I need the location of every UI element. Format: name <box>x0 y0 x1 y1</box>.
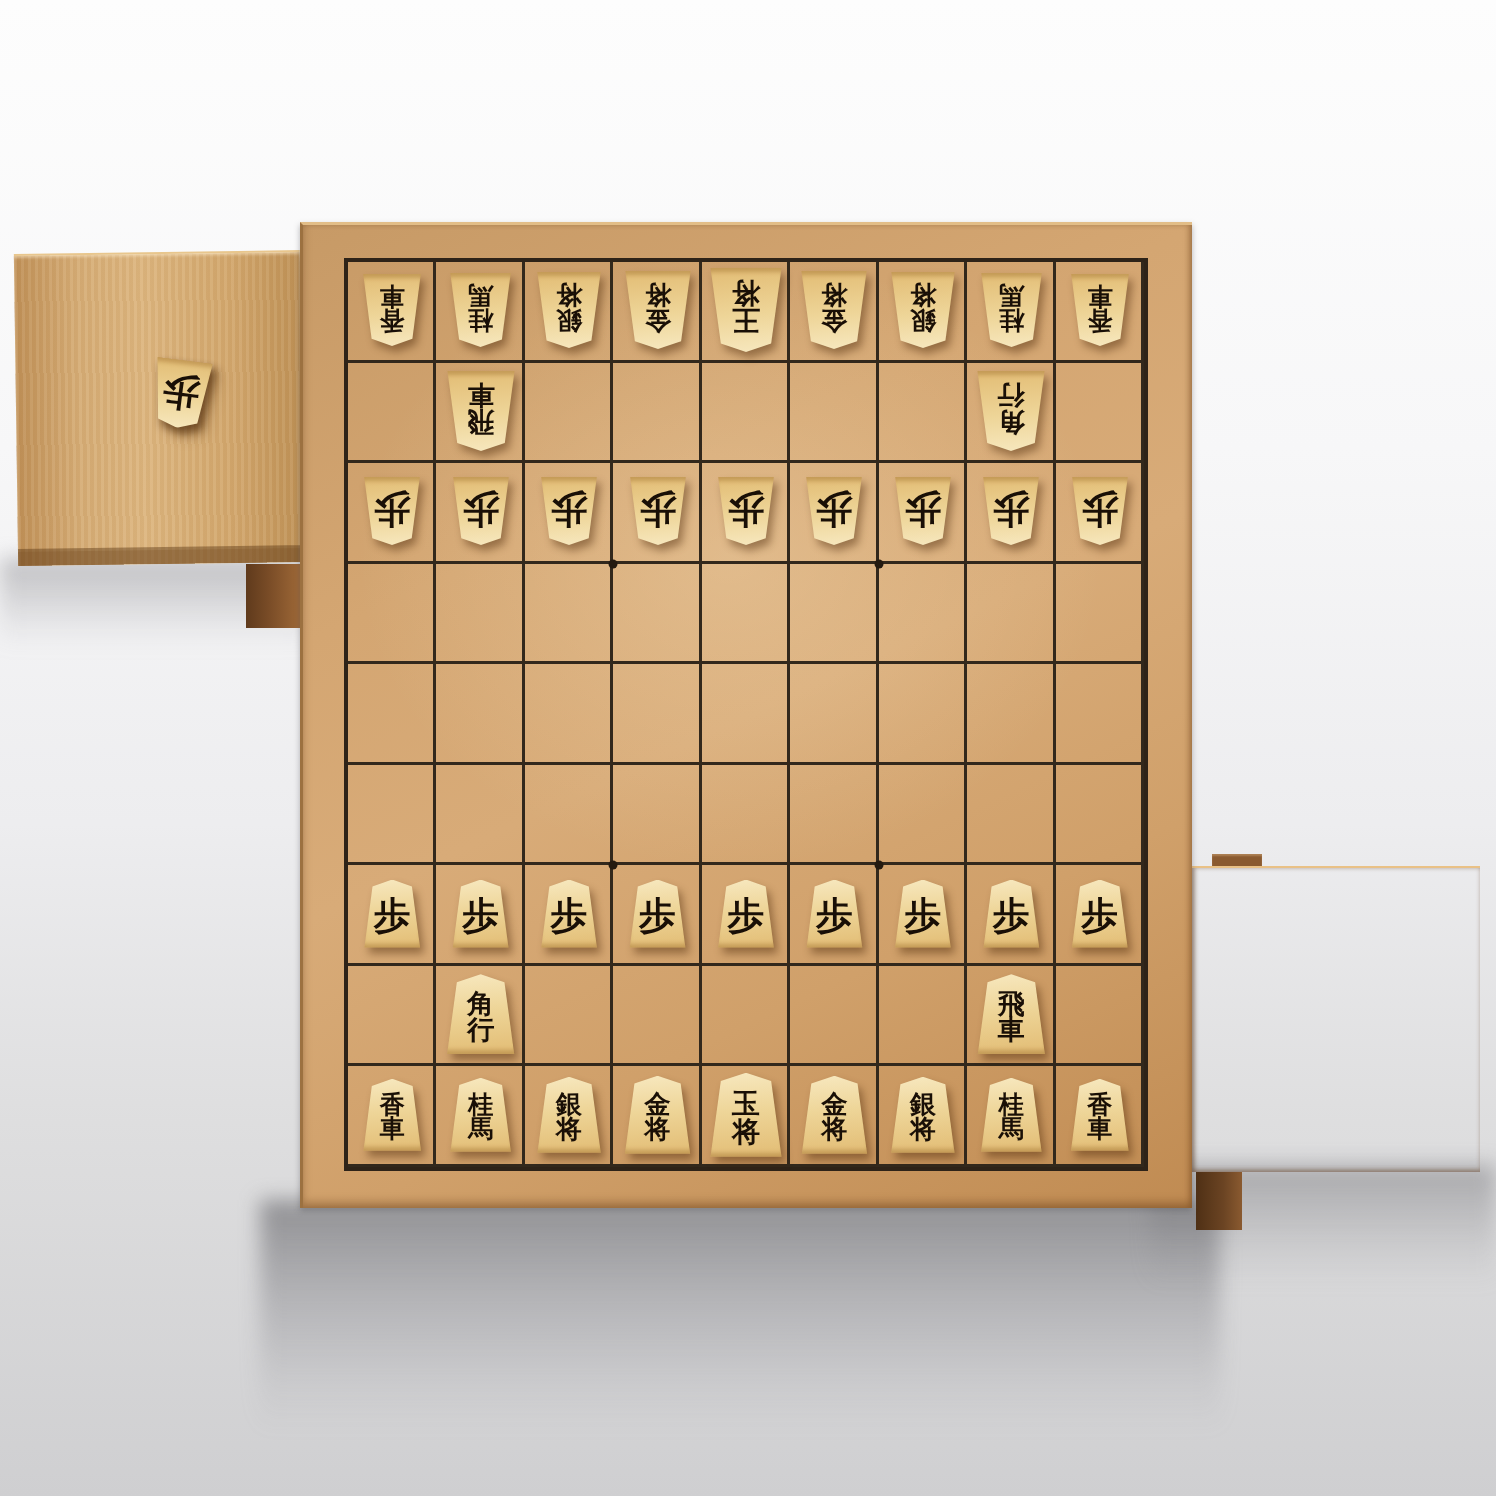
piece-kanji: 車 <box>1087 283 1112 308</box>
piece-kanji: 金 <box>645 308 671 333</box>
square-3d[interactable] <box>879 564 967 665</box>
square-4h[interactable] <box>790 966 878 1067</box>
piece-face: 角行 <box>446 974 516 1054</box>
square-4e[interactable] <box>790 664 878 765</box>
square-2f[interactable] <box>967 765 1055 866</box>
square-4b[interactable] <box>790 363 878 464</box>
piece-kanji: 桂 <box>999 308 1024 333</box>
piece-kanji: 歩 <box>993 898 1030 934</box>
square-5g[interactable]: 歩 <box>702 865 790 966</box>
piece-lance-gote[interactable]: 香車 <box>362 274 422 346</box>
piece-face: 歩 <box>629 477 687 545</box>
square-1b[interactable] <box>1056 363 1144 464</box>
square-4d[interactable] <box>790 564 878 665</box>
square-8f[interactable] <box>436 765 524 866</box>
square-9i[interactable]: 香車 <box>348 1066 436 1167</box>
square-3c[interactable]: 歩 <box>879 463 967 564</box>
piece-kanji: 車 <box>380 1117 405 1142</box>
square-7a[interactable]: 銀将 <box>525 262 613 363</box>
piece-face: 銀将 <box>536 1077 602 1153</box>
piece-kanji: 香 <box>380 308 405 333</box>
star-point <box>609 559 618 568</box>
square-4a[interactable]: 金将 <box>790 262 878 363</box>
square-8d[interactable] <box>436 564 524 665</box>
square-2b[interactable]: 角行 <box>967 363 1055 464</box>
square-1h[interactable] <box>1056 966 1144 1067</box>
piece-pawn-gote[interactable]: 歩 <box>629 477 687 545</box>
piece-kanji: 歩 <box>816 898 853 934</box>
square-8g[interactable]: 歩 <box>436 865 524 966</box>
piece-kanji: 飛 <box>467 408 494 434</box>
square-7h[interactable] <box>525 966 613 1067</box>
square-7e[interactable] <box>525 664 613 765</box>
piece-pawn-sente[interactable]: 歩 <box>982 880 1040 948</box>
piece-kanji: 歩 <box>727 491 764 527</box>
square-4g[interactable]: 歩 <box>790 865 878 966</box>
piece-face: 歩 <box>894 880 952 948</box>
piece-kanji: 歩 <box>639 898 676 934</box>
square-7i[interactable]: 銀将 <box>525 1066 613 1167</box>
piece-face: 歩 <box>452 477 510 545</box>
piece-pawn-gote[interactable]: 歩 <box>805 477 863 545</box>
piece-face: 歩 <box>148 357 214 432</box>
square-4f[interactable] <box>790 765 878 866</box>
piece-face: 歩 <box>540 880 598 948</box>
piece-pawn-sente[interactable]: 歩 <box>540 880 598 948</box>
square-1g[interactable]: 歩 <box>1056 865 1144 966</box>
piece-face: 金将 <box>624 1076 692 1154</box>
square-9b[interactable] <box>348 363 436 464</box>
piece-silver-gote[interactable]: 銀将 <box>536 272 602 348</box>
piece-face: 王将 <box>709 268 783 352</box>
piece-kanji: 将 <box>645 1117 671 1142</box>
piece-kanji: 歩 <box>161 371 202 411</box>
piece-face: 銀将 <box>890 1077 956 1153</box>
square-5b[interactable] <box>702 363 790 464</box>
piece-kanji: 銀 <box>910 308 936 333</box>
right-piece-drawer[interactable] <box>1192 866 1480 1172</box>
piece-kanji: 歩 <box>551 898 588 934</box>
piece-lance-sente[interactable]: 香車 <box>1070 1079 1130 1151</box>
piece-pawn-gote[interactable]: 歩 <box>152 360 210 428</box>
piece-face: 歩 <box>805 880 863 948</box>
piece-kanji: 銀 <box>556 308 582 333</box>
piece-kanji: 飛 <box>998 991 1025 1017</box>
piece-face: 飛車 <box>446 371 516 451</box>
square-2h[interactable]: 飛車 <box>967 966 1055 1067</box>
piece-face: 歩 <box>717 880 775 948</box>
piece-pawn-gote[interactable]: 歩 <box>363 477 421 545</box>
square-8h[interactable]: 角行 <box>436 966 524 1067</box>
piece-kanji: 将 <box>645 282 671 307</box>
piece-kanji: 歩 <box>993 491 1030 527</box>
piece-kanji: 歩 <box>1081 898 1118 934</box>
piece-bishop-gote[interactable]: 角行 <box>976 371 1046 451</box>
piece-kanji: 将 <box>821 1117 847 1142</box>
square-6g[interactable]: 歩 <box>613 865 701 966</box>
square-5i[interactable]: 玉将 <box>702 1066 790 1167</box>
piece-face: 銀将 <box>536 272 602 348</box>
piece-kanji: 車 <box>467 382 494 408</box>
piece-face: 香車 <box>362 274 422 346</box>
piece-knight-gote[interactable]: 桂馬 <box>449 273 512 347</box>
square-1c[interactable]: 歩 <box>1056 463 1144 564</box>
right-drawer-leg <box>1196 1172 1242 1230</box>
spare-pawn[interactable]: 歩 <box>152 364 210 428</box>
piece-face: 桂馬 <box>980 1078 1043 1152</box>
square-3a[interactable]: 銀将 <box>879 262 967 363</box>
piece-pawn-gote[interactable]: 歩 <box>540 477 598 545</box>
piece-silver-gote[interactable]: 銀将 <box>890 272 956 348</box>
piece-kanji: 歩 <box>462 898 499 934</box>
piece-kanji: 歩 <box>551 491 588 527</box>
square-7g[interactable]: 歩 <box>525 865 613 966</box>
square-2a[interactable]: 桂馬 <box>967 262 1055 363</box>
square-8c[interactable]: 歩 <box>436 463 524 564</box>
piece-face: 歩 <box>629 880 687 948</box>
piece-kanji: 歩 <box>1081 491 1118 527</box>
piece-face: 歩 <box>1071 477 1129 545</box>
piece-kanji: 歩 <box>816 491 853 527</box>
square-3f[interactable] <box>879 765 967 866</box>
piece-kanji: 角 <box>467 991 494 1017</box>
piece-face: 金将 <box>800 271 868 349</box>
piece-pawn-gote[interactable]: 歩 <box>452 477 510 545</box>
piece-kanji: 将 <box>732 1118 760 1145</box>
piece-kanji: 馬 <box>999 1117 1024 1142</box>
piece-kanji: 歩 <box>904 491 941 527</box>
square-1i[interactable]: 香車 <box>1056 1066 1144 1167</box>
piece-face: 歩 <box>982 477 1040 545</box>
square-3g[interactable]: 歩 <box>879 865 967 966</box>
piece-kanji: 馬 <box>468 1117 493 1142</box>
square-9f[interactable] <box>348 765 436 866</box>
piece-knight-sente[interactable]: 桂馬 <box>980 1078 1043 1152</box>
square-9g[interactable]: 歩 <box>348 865 436 966</box>
piece-kanji: 将 <box>910 1117 936 1142</box>
square-2d[interactable] <box>967 564 1055 665</box>
piece-kanji: 歩 <box>639 491 676 527</box>
square-9e[interactable] <box>348 664 436 765</box>
piece-gold-gote[interactable]: 金将 <box>800 271 868 349</box>
square-2c[interactable]: 歩 <box>967 463 1055 564</box>
piece-kanji: 将 <box>821 282 847 307</box>
piece-kanji: 歩 <box>904 898 941 934</box>
square-7d[interactable] <box>525 564 613 665</box>
left-drawer-leg <box>246 564 302 628</box>
piece-rook-sente[interactable]: 飛車 <box>976 974 1046 1054</box>
piece-face: 香車 <box>1070 1079 1130 1151</box>
piece-gold-sente[interactable]: 金将 <box>800 1076 868 1154</box>
shogi-board: 香車桂馬銀将金将王将金将銀将桂馬香車飛車角行歩歩歩歩歩歩歩歩歩歩歩歩歩歩歩歩歩歩… <box>300 222 1192 1208</box>
piece-pawn-sente[interactable]: 歩 <box>1071 880 1129 948</box>
piece-kanji: 将 <box>732 280 760 307</box>
square-9c[interactable]: 歩 <box>348 463 436 564</box>
piece-gold-sente[interactable]: 金将 <box>624 1076 692 1154</box>
piece-face: 飛車 <box>976 974 1046 1054</box>
piece-face: 桂馬 <box>449 273 512 347</box>
piece-bishop-sente[interactable]: 角行 <box>446 974 516 1054</box>
square-5f[interactable] <box>702 765 790 866</box>
piece-face: 歩 <box>894 477 952 545</box>
square-3h[interactable] <box>879 966 967 1067</box>
square-1e[interactable] <box>1056 664 1144 765</box>
piece-pawn-sente[interactable]: 歩 <box>805 880 863 948</box>
piece-rook-gote[interactable]: 飛車 <box>446 371 516 451</box>
board-grid: 香車桂馬銀将金将王将金将銀将桂馬香車飛車角行歩歩歩歩歩歩歩歩歩歩歩歩歩歩歩歩歩歩… <box>348 262 1144 1167</box>
square-8a[interactable]: 桂馬 <box>436 262 524 363</box>
piece-face: 香車 <box>362 1079 422 1151</box>
piece-kanji: 将 <box>556 1117 582 1142</box>
piece-face: 歩 <box>540 477 598 545</box>
square-9d[interactable] <box>348 564 436 665</box>
square-6a[interactable]: 金将 <box>613 262 701 363</box>
square-7f[interactable] <box>525 765 613 866</box>
piece-face: 角行 <box>976 371 1046 451</box>
piece-face: 歩 <box>363 477 421 545</box>
piece-kanji: 金 <box>821 308 847 333</box>
square-5d[interactable] <box>702 564 790 665</box>
piece-face: 銀将 <box>890 272 956 348</box>
star-point <box>609 861 618 870</box>
piece-kanji: 角 <box>998 408 1025 434</box>
piece-kanji: 王 <box>732 307 760 334</box>
square-3b[interactable] <box>879 363 967 464</box>
piece-face: 歩 <box>1071 880 1129 948</box>
square-6f[interactable] <box>613 765 701 866</box>
square-3e[interactable] <box>879 664 967 765</box>
square-7b[interactable] <box>525 363 613 464</box>
board-grid-frame: 香車桂馬銀将金将王将金将銀将桂馬香車飛車角行歩歩歩歩歩歩歩歩歩歩歩歩歩歩歩歩歩歩… <box>344 258 1148 1171</box>
square-8b[interactable]: 飛車 <box>436 363 524 464</box>
piece-kanji: 車 <box>998 1017 1025 1043</box>
board-bottom-shadow <box>260 1200 1220 1430</box>
piece-lance-sente[interactable]: 香車 <box>362 1079 422 1151</box>
piece-kanji: 玉 <box>732 1090 760 1117</box>
square-1f[interactable] <box>1056 765 1144 866</box>
square-3i[interactable]: 銀将 <box>879 1066 967 1167</box>
square-5e[interactable] <box>702 664 790 765</box>
piece-kanji: 歩 <box>374 491 411 527</box>
star-point <box>874 559 883 568</box>
piece-kanji: 将 <box>910 282 936 307</box>
piece-face: 香車 <box>1070 274 1130 346</box>
square-6h[interactable] <box>613 966 701 1067</box>
square-2i[interactable]: 桂馬 <box>967 1066 1055 1167</box>
piece-lance-gote[interactable]: 香車 <box>1070 274 1130 346</box>
piece-gold-gote[interactable]: 金将 <box>624 271 692 349</box>
piece-knight-gote[interactable]: 桂馬 <box>980 273 1043 347</box>
piece-king-sente[interactable]: 玉将 <box>709 1073 783 1157</box>
square-6c[interactable]: 歩 <box>613 463 701 564</box>
piece-kanji: 香 <box>1087 308 1112 333</box>
piece-face: 歩 <box>363 880 421 948</box>
piece-pawn-gote[interactable]: 歩 <box>1071 477 1129 545</box>
piece-pawn-sente[interactable]: 歩 <box>452 880 510 948</box>
piece-face: 歩 <box>982 880 1040 948</box>
piece-kanji: 行 <box>998 382 1025 408</box>
scene: { "game": "shogi", "scene": "Overhead ph… <box>0 0 1496 1496</box>
piece-kanji: 桂 <box>468 308 493 333</box>
square-7c[interactable]: 歩 <box>525 463 613 564</box>
piece-pawn-sente[interactable]: 歩 <box>629 880 687 948</box>
square-1d[interactable] <box>1056 564 1144 665</box>
piece-kanji: 歩 <box>462 491 499 527</box>
piece-pawn-gote[interactable]: 歩 <box>982 477 1040 545</box>
square-8e[interactable] <box>436 664 524 765</box>
piece-kanji: 将 <box>556 282 582 307</box>
piece-pawn-gote[interactable]: 歩 <box>894 477 952 545</box>
square-4c[interactable]: 歩 <box>790 463 878 564</box>
square-6b[interactable] <box>613 363 701 464</box>
square-9a[interactable]: 香車 <box>348 262 436 363</box>
piece-kanji: 馬 <box>468 283 493 308</box>
piece-kanji: 馬 <box>999 283 1024 308</box>
square-1a[interactable]: 香車 <box>1056 262 1144 363</box>
square-8i[interactable]: 桂馬 <box>436 1066 524 1167</box>
piece-kanji: 車 <box>380 283 405 308</box>
square-5a[interactable]: 王将 <box>702 262 790 363</box>
piece-pawn-sente[interactable]: 歩 <box>894 880 952 948</box>
piece-kanji: 歩 <box>727 898 764 934</box>
piece-face: 歩 <box>805 477 863 545</box>
piece-pawn-sente[interactable]: 歩 <box>363 880 421 948</box>
piece-pawn-sente[interactable]: 歩 <box>717 880 775 948</box>
piece-kanji: 車 <box>1087 1117 1112 1142</box>
piece-knight-sente[interactable]: 桂馬 <box>449 1078 512 1152</box>
square-2e[interactable] <box>967 664 1055 765</box>
square-5c[interactable]: 歩 <box>702 463 790 564</box>
piece-face: 金将 <box>800 1076 868 1154</box>
star-point <box>874 861 883 870</box>
piece-pawn-gote[interactable]: 歩 <box>717 477 775 545</box>
piece-face: 桂馬 <box>980 273 1043 347</box>
piece-kanji: 歩 <box>374 898 411 934</box>
square-9h[interactable] <box>348 966 436 1067</box>
piece-face: 金将 <box>624 271 692 349</box>
piece-kanji: 行 <box>467 1017 494 1043</box>
piece-face: 歩 <box>717 477 775 545</box>
piece-king-gote[interactable]: 王将 <box>709 268 783 352</box>
piece-silver-sente[interactable]: 銀将 <box>536 1077 602 1153</box>
square-4i[interactable]: 金将 <box>790 1066 878 1167</box>
piece-silver-sente[interactable]: 銀将 <box>890 1077 956 1153</box>
square-6d[interactable] <box>613 564 701 665</box>
square-5h[interactable] <box>702 966 790 1067</box>
piece-face: 玉将 <box>709 1073 783 1157</box>
piece-face: 桂馬 <box>449 1078 512 1152</box>
piece-face: 歩 <box>452 880 510 948</box>
square-6i[interactable]: 金将 <box>613 1066 701 1167</box>
square-2g[interactable]: 歩 <box>967 865 1055 966</box>
square-6e[interactable] <box>613 664 701 765</box>
